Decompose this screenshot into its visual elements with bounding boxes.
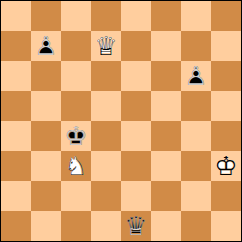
square-c3[interactable]: ♞♘	[61, 151, 91, 181]
square-g6[interactable]: ♟♙	[181, 61, 211, 91]
square-d5[interactable]	[91, 91, 121, 121]
square-e5[interactable]	[121, 91, 151, 121]
square-c1[interactable]	[61, 211, 91, 241]
square-e7[interactable]	[121, 31, 151, 61]
square-d3[interactable]	[91, 151, 121, 181]
square-f6[interactable]	[151, 61, 181, 91]
square-d7[interactable]: ♛♕	[91, 31, 121, 61]
square-h2[interactable]	[211, 181, 241, 211]
square-b6[interactable]	[31, 61, 61, 91]
square-c8[interactable]	[61, 1, 91, 31]
square-g2[interactable]	[181, 181, 211, 211]
black-pawn: ♟♙	[181, 61, 211, 91]
square-g4[interactable]	[181, 121, 211, 151]
square-c6[interactable]	[61, 61, 91, 91]
square-h8[interactable]	[211, 1, 241, 31]
square-h5[interactable]	[211, 91, 241, 121]
square-d8[interactable]	[91, 1, 121, 31]
black-pawn: ♟♙	[31, 31, 61, 61]
white-queen: ♛♕	[91, 31, 121, 61]
square-d1[interactable]	[91, 211, 121, 241]
square-a1[interactable]	[1, 211, 31, 241]
square-f3[interactable]	[151, 151, 181, 181]
square-e6[interactable]	[121, 61, 151, 91]
square-g7[interactable]	[181, 31, 211, 61]
black-queen: ♛♕	[121, 211, 151, 241]
square-f8[interactable]	[151, 1, 181, 31]
square-f1[interactable]	[151, 211, 181, 241]
square-g5[interactable]	[181, 91, 211, 121]
square-a6[interactable]	[1, 61, 31, 91]
white-knight: ♞♘	[61, 151, 91, 181]
square-e4[interactable]	[121, 121, 151, 151]
square-e2[interactable]	[121, 181, 151, 211]
square-b8[interactable]	[31, 1, 61, 31]
square-b1[interactable]	[31, 211, 61, 241]
square-d6[interactable]	[91, 61, 121, 91]
square-f5[interactable]	[151, 91, 181, 121]
white-king: ♚♔	[211, 151, 241, 181]
square-b3[interactable]	[31, 151, 61, 181]
square-f7[interactable]	[151, 31, 181, 61]
square-e8[interactable]	[121, 1, 151, 31]
square-g1[interactable]	[181, 211, 211, 241]
square-b5[interactable]	[31, 91, 61, 121]
square-b2[interactable]	[31, 181, 61, 211]
square-c7[interactable]	[61, 31, 91, 61]
square-g8[interactable]	[181, 1, 211, 31]
square-b4[interactable]	[31, 121, 61, 151]
chess-board-frame: ♟♙♛♕♟♙♚♔♞♘♚♔♛♕	[0, 0, 242, 242]
square-h4[interactable]	[211, 121, 241, 151]
square-f4[interactable]	[151, 121, 181, 151]
square-h1[interactable]	[211, 211, 241, 241]
square-a2[interactable]	[1, 181, 31, 211]
square-h3[interactable]: ♚♔	[211, 151, 241, 181]
square-e1[interactable]: ♛♕	[121, 211, 151, 241]
square-c4[interactable]: ♚♔	[61, 121, 91, 151]
black-king: ♚♔	[61, 121, 91, 151]
square-a4[interactable]	[1, 121, 31, 151]
square-g3[interactable]	[181, 151, 211, 181]
square-d2[interactable]	[91, 181, 121, 211]
square-h6[interactable]	[211, 61, 241, 91]
square-h7[interactable]	[211, 31, 241, 61]
square-a7[interactable]	[1, 31, 31, 61]
square-a5[interactable]	[1, 91, 31, 121]
square-a8[interactable]	[1, 1, 31, 31]
square-c2[interactable]	[61, 181, 91, 211]
square-b7[interactable]: ♟♙	[31, 31, 61, 61]
chess-board: ♟♙♛♕♟♙♚♔♞♘♚♔♛♕	[1, 1, 241, 241]
square-f2[interactable]	[151, 181, 181, 211]
square-c5[interactable]	[61, 91, 91, 121]
square-a3[interactable]	[1, 151, 31, 181]
square-d4[interactable]	[91, 121, 121, 151]
square-e3[interactable]	[121, 151, 151, 181]
